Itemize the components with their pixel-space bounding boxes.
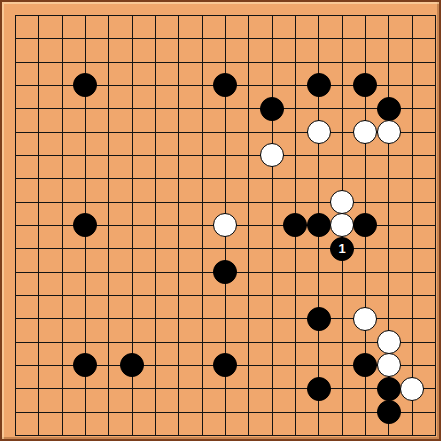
- move-number-label: 1: [339, 242, 346, 255]
- stone-black[interactable]: [377, 400, 401, 424]
- stone-black[interactable]: [377, 377, 401, 401]
- stone-black[interactable]: [377, 97, 401, 121]
- stone-black[interactable]: [260, 97, 284, 121]
- stone-black[interactable]: [307, 377, 331, 401]
- stone-white[interactable]: [400, 377, 424, 401]
- stone-move-1[interactable]: 1: [330, 237, 354, 261]
- stone-white[interactable]: [377, 120, 401, 144]
- stone-black[interactable]: [307, 307, 331, 331]
- stone-white[interactable]: [307, 120, 331, 144]
- stone-white[interactable]: [377, 330, 401, 354]
- go-board[interactable]: 1: [0, 0, 441, 441]
